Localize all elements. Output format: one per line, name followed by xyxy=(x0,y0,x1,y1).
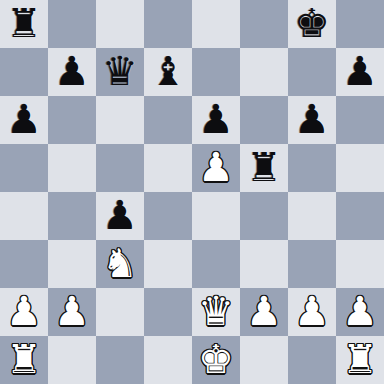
square-c2[interactable] xyxy=(96,288,144,336)
square-d5[interactable] xyxy=(144,144,192,192)
square-b1[interactable] xyxy=(48,336,96,384)
square-a8[interactable]: ♜ xyxy=(0,0,48,48)
square-b4[interactable] xyxy=(48,192,96,240)
square-b5[interactable] xyxy=(48,144,96,192)
square-d1[interactable] xyxy=(144,336,192,384)
square-c1[interactable] xyxy=(96,336,144,384)
black-rook[interactable]: ♜ xyxy=(6,0,42,47)
square-b6[interactable] xyxy=(48,96,96,144)
black-pawn[interactable]: ♟ xyxy=(294,96,330,143)
square-h5[interactable] xyxy=(336,144,384,192)
square-g2[interactable]: ♟ xyxy=(288,288,336,336)
square-g8[interactable]: ♚ xyxy=(288,0,336,48)
square-e3[interactable] xyxy=(192,240,240,288)
white-pawn[interactable]: ♟ xyxy=(6,288,42,335)
square-h6[interactable] xyxy=(336,96,384,144)
chess-board: ♜♚♟♛♝♟♟♟♟♟♜♟♞♟♟♛♟♟♟♜♚♜ xyxy=(0,0,384,384)
white-pawn[interactable]: ♟ xyxy=(294,288,330,335)
square-h1[interactable]: ♜ xyxy=(336,336,384,384)
white-rook[interactable]: ♜ xyxy=(342,336,378,383)
square-g5[interactable] xyxy=(288,144,336,192)
black-pawn[interactable]: ♟ xyxy=(6,96,42,143)
square-c4[interactable]: ♟ xyxy=(96,192,144,240)
square-f4[interactable] xyxy=(240,192,288,240)
square-f5[interactable]: ♜ xyxy=(240,144,288,192)
square-h8[interactable] xyxy=(336,0,384,48)
square-e2[interactable]: ♛ xyxy=(192,288,240,336)
square-d6[interactable] xyxy=(144,96,192,144)
square-d7[interactable]: ♝ xyxy=(144,48,192,96)
square-e1[interactable]: ♚ xyxy=(192,336,240,384)
square-a7[interactable] xyxy=(0,48,48,96)
black-pawn[interactable]: ♟ xyxy=(342,48,378,95)
square-e5[interactable]: ♟ xyxy=(192,144,240,192)
square-c7[interactable]: ♛ xyxy=(96,48,144,96)
square-d4[interactable] xyxy=(144,192,192,240)
square-f7[interactable] xyxy=(240,48,288,96)
square-h3[interactable] xyxy=(336,240,384,288)
square-a2[interactable]: ♟ xyxy=(0,288,48,336)
white-pawn[interactable]: ♟ xyxy=(246,288,282,335)
black-pawn[interactable]: ♟ xyxy=(54,48,90,95)
square-f3[interactable] xyxy=(240,240,288,288)
square-a3[interactable] xyxy=(0,240,48,288)
square-b7[interactable]: ♟ xyxy=(48,48,96,96)
square-a1[interactable]: ♜ xyxy=(0,336,48,384)
square-b2[interactable]: ♟ xyxy=(48,288,96,336)
square-e4[interactable] xyxy=(192,192,240,240)
square-d8[interactable] xyxy=(144,0,192,48)
square-g7[interactable] xyxy=(288,48,336,96)
black-pawn[interactable]: ♟ xyxy=(198,96,234,143)
square-g4[interactable] xyxy=(288,192,336,240)
square-h7[interactable]: ♟ xyxy=(336,48,384,96)
square-a6[interactable]: ♟ xyxy=(0,96,48,144)
square-c8[interactable] xyxy=(96,0,144,48)
square-a5[interactable] xyxy=(0,144,48,192)
square-g1[interactable] xyxy=(288,336,336,384)
square-f1[interactable] xyxy=(240,336,288,384)
square-c3[interactable]: ♞ xyxy=(96,240,144,288)
white-rook[interactable]: ♜ xyxy=(6,336,42,383)
square-d3[interactable] xyxy=(144,240,192,288)
square-b3[interactable] xyxy=(48,240,96,288)
square-e8[interactable] xyxy=(192,0,240,48)
white-pawn[interactable]: ♟ xyxy=(54,288,90,335)
white-knight[interactable]: ♞ xyxy=(102,240,138,287)
square-d2[interactable] xyxy=(144,288,192,336)
square-f6[interactable] xyxy=(240,96,288,144)
square-a4[interactable] xyxy=(0,192,48,240)
square-c5[interactable] xyxy=(96,144,144,192)
square-c6[interactable] xyxy=(96,96,144,144)
black-queen[interactable]: ♛ xyxy=(102,48,138,95)
square-h4[interactable] xyxy=(336,192,384,240)
square-f8[interactable] xyxy=(240,0,288,48)
black-pawn[interactable]: ♟ xyxy=(102,192,138,239)
black-king[interactable]: ♚ xyxy=(294,0,330,47)
white-king[interactable]: ♚ xyxy=(198,336,234,383)
square-g6[interactable]: ♟ xyxy=(288,96,336,144)
square-h2[interactable]: ♟ xyxy=(336,288,384,336)
black-bishop[interactable]: ♝ xyxy=(150,48,186,95)
white-pawn[interactable]: ♟ xyxy=(342,288,378,335)
square-e7[interactable] xyxy=(192,48,240,96)
white-queen[interactable]: ♛ xyxy=(198,288,234,335)
white-pawn[interactable]: ♟ xyxy=(198,144,234,191)
black-rook[interactable]: ♜ xyxy=(246,144,282,191)
square-g3[interactable] xyxy=(288,240,336,288)
square-f2[interactable]: ♟ xyxy=(240,288,288,336)
square-b8[interactable] xyxy=(48,0,96,48)
square-e6[interactable]: ♟ xyxy=(192,96,240,144)
